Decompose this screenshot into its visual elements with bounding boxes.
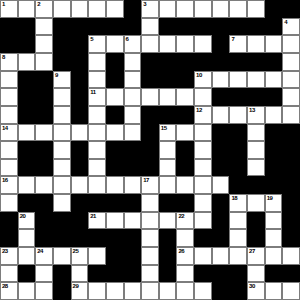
clue-number-19: 19 — [267, 195, 273, 202]
white-cell-r17c7[interactable] — [106, 282, 124, 300]
black-cell-r16c16 — [265, 265, 283, 283]
black-cell-r3c2 — [18, 35, 36, 53]
black-cell-r8c16 — [265, 124, 283, 142]
white-cell-r17c6[interactable] — [88, 282, 106, 300]
black-cell-r14c4 — [53, 229, 71, 247]
white-cell-r7c17[interactable] — [282, 106, 300, 124]
white-cell-r7c16[interactable] — [265, 106, 283, 124]
black-cell-r15c10 — [159, 247, 177, 265]
white-cell-r10c6[interactable] — [88, 159, 106, 177]
black-cell-r5c10 — [159, 71, 177, 89]
white-cell-r17c2[interactable] — [18, 282, 36, 300]
black-cell-r2c2 — [18, 18, 36, 36]
white-cell-r11c2[interactable] — [18, 176, 36, 194]
black-cell-r9c3 — [35, 141, 53, 159]
white-cell-r1c1[interactable]: 1 — [0, 0, 18, 18]
black-cell-r10c13 — [212, 159, 230, 177]
black-cell-r4c13 — [212, 53, 230, 71]
white-cell-r17c12[interactable] — [194, 282, 212, 300]
white-cell-r15c3[interactable]: 24 — [35, 247, 53, 265]
black-cell-r4c5 — [71, 53, 89, 71]
clue-number-3: 3 — [143, 1, 146, 8]
white-cell-r6c1[interactable] — [0, 88, 18, 106]
black-cell-r13c1 — [0, 212, 18, 230]
white-cell-r12c14[interactable]: 18 — [229, 194, 247, 212]
white-cell-r13c7[interactable] — [106, 212, 124, 230]
black-cell-r17c14 — [229, 282, 247, 300]
white-cell-r7c15[interactable]: 13 — [247, 106, 265, 124]
white-cell-r8c5[interactable] — [71, 124, 89, 142]
black-cell-r14c7 — [106, 229, 124, 247]
black-cell-r2c1 — [0, 18, 18, 36]
white-cell-r5c13[interactable] — [212, 71, 230, 89]
black-cell-r14c10 — [159, 229, 177, 247]
black-cell-r6c3 — [35, 88, 53, 106]
white-cell-r15c15[interactable]: 27 — [247, 247, 265, 265]
white-cell-r3c11[interactable] — [176, 35, 194, 53]
white-cell-r5c17[interactable] — [282, 71, 300, 89]
black-cell-r15c8 — [124, 247, 142, 265]
black-cell-r2c6 — [88, 18, 106, 36]
white-cell-r13c9[interactable] — [141, 212, 159, 230]
white-cell-r14c11[interactable] — [176, 229, 194, 247]
white-cell-r13c12[interactable] — [194, 212, 212, 230]
white-cell-r3c7[interactable] — [106, 35, 124, 53]
black-cell-r2c16 — [265, 18, 283, 36]
white-cell-r12c15[interactable] — [247, 194, 265, 212]
white-cell-r15c6[interactable] — [88, 247, 106, 265]
white-cell-r4c2[interactable] — [18, 53, 36, 71]
clue-number-24: 24 — [37, 248, 43, 255]
white-cell-r8c15[interactable] — [247, 124, 265, 142]
white-cell-r4c3[interactable] — [35, 53, 53, 71]
white-cell-r5c12[interactable]: 10 — [194, 71, 212, 89]
white-cell-r3c8[interactable]: 6 — [124, 35, 142, 53]
white-cell-r11c13[interactable] — [212, 176, 230, 194]
white-cell-r11c7[interactable] — [106, 176, 124, 194]
white-cell-r11c11[interactable] — [176, 176, 194, 194]
black-cell-r2c14 — [229, 18, 247, 36]
white-cell-r12c9[interactable] — [141, 194, 159, 212]
black-cell-r8c14 — [229, 124, 247, 142]
black-cell-r10c2 — [18, 159, 36, 177]
white-cell-r12c12[interactable] — [194, 194, 212, 212]
black-cell-r9c17 — [282, 141, 300, 159]
black-cell-r13c15 — [247, 212, 265, 230]
black-cell-r14c13 — [212, 229, 230, 247]
black-cell-r5c11 — [176, 71, 194, 89]
black-cell-r4c16 — [265, 53, 283, 71]
white-cell-r5c1[interactable] — [0, 71, 18, 89]
black-cell-r2c5 — [71, 18, 89, 36]
white-cell-r17c10[interactable] — [159, 282, 177, 300]
black-cell-r1c17 — [282, 0, 300, 18]
black-cell-r9c14 — [229, 141, 247, 159]
black-cell-r6c16 — [265, 88, 283, 106]
white-cell-r15c11[interactable]: 26 — [176, 247, 194, 265]
white-cell-r5c14[interactable] — [229, 71, 247, 89]
white-cell-r1c15[interactable] — [247, 0, 265, 18]
white-cell-r11c9[interactable]: 17 — [141, 176, 159, 194]
white-cell-r6c7[interactable] — [106, 88, 124, 106]
white-cell-r16c11[interactable] — [176, 265, 194, 283]
clue-number-28: 28 — [2, 283, 8, 290]
crossword-board: 1234567891011121314151617181920212223242… — [0, 0, 300, 300]
white-cell-r1c9[interactable]: 3 — [141, 0, 159, 18]
black-cell-r15c7 — [106, 247, 124, 265]
black-cell-r14c3 — [35, 229, 53, 247]
white-cell-r14c2[interactable] — [18, 229, 36, 247]
black-cell-r5c7 — [106, 71, 124, 89]
white-cell-r17c1[interactable]: 28 — [0, 282, 18, 300]
white-cell-r5c15[interactable] — [247, 71, 265, 89]
white-cell-r7c4[interactable] — [53, 106, 71, 124]
white-cell-r3c14[interactable]: 7 — [229, 35, 247, 53]
white-cell-r13c14[interactable] — [229, 212, 247, 230]
black-cell-r12c11 — [176, 194, 194, 212]
clue-number-4: 4 — [284, 19, 287, 26]
black-cell-r16c12 — [194, 265, 212, 283]
white-cell-r1c2[interactable] — [18, 0, 36, 18]
white-cell-r2c9[interactable] — [141, 18, 159, 36]
clue-number-8: 8 — [2, 54, 5, 61]
white-cell-r8c7[interactable] — [106, 124, 124, 142]
white-cell-r12c16[interactable]: 19 — [265, 194, 283, 212]
clue-number-17: 17 — [143, 177, 149, 184]
clue-number-5: 5 — [90, 36, 93, 43]
white-cell-r7c14[interactable] — [229, 106, 247, 124]
white-cell-r3c16[interactable] — [265, 35, 283, 53]
black-cell-r4c12 — [194, 53, 212, 71]
black-cell-r6c14 — [229, 88, 247, 106]
white-cell-r2c17[interactable]: 4 — [282, 18, 300, 36]
white-cell-r13c16[interactable] — [265, 212, 283, 230]
black-cell-r10c14 — [229, 159, 247, 177]
white-cell-r17c5[interactable]: 29 — [71, 282, 89, 300]
white-cell-r17c15[interactable]: 30 — [247, 282, 265, 300]
clue-number-2: 2 — [37, 1, 40, 8]
white-cell-r11c8[interactable] — [124, 176, 142, 194]
white-cell-r8c6[interactable] — [88, 124, 106, 142]
black-cell-r5c5 — [71, 71, 89, 89]
white-cell-r16c15[interactable] — [247, 265, 265, 283]
black-cell-r6c5 — [71, 88, 89, 106]
white-cell-r5c8[interactable] — [124, 71, 142, 89]
white-cell-r15c13[interactable] — [212, 247, 230, 265]
white-cell-r11c4[interactable] — [53, 176, 71, 194]
white-cell-r3c17[interactable] — [282, 35, 300, 53]
white-cell-r3c3[interactable] — [35, 35, 53, 53]
black-cell-r17c4 — [53, 282, 71, 300]
black-cell-r5c2 — [18, 71, 36, 89]
black-cell-r9c2 — [18, 141, 36, 159]
black-cell-r12c7 — [106, 194, 124, 212]
black-cell-r6c2 — [18, 88, 36, 106]
white-cell-r13c10[interactable] — [159, 212, 177, 230]
black-cell-r9c11 — [176, 141, 194, 159]
white-cell-r8c4[interactable] — [53, 124, 71, 142]
black-cell-r7c9 — [141, 106, 159, 124]
white-cell-r11c3[interactable] — [35, 176, 53, 194]
white-cell-r13c8[interactable] — [124, 212, 142, 230]
clue-number-6: 6 — [126, 36, 129, 43]
black-cell-r1c8 — [124, 0, 142, 18]
white-cell-r16c1[interactable] — [0, 265, 18, 283]
black-cell-r14c8 — [124, 229, 142, 247]
white-cell-r15c16[interactable] — [265, 247, 283, 265]
white-cell-r1c11[interactable] — [176, 0, 194, 18]
black-cell-r6c15 — [247, 88, 265, 106]
white-cell-r11c1[interactable]: 16 — [0, 176, 18, 194]
black-cell-r2c4 — [53, 18, 71, 36]
white-cell-r6c17[interactable] — [282, 88, 300, 106]
white-cell-r4c8[interactable] — [124, 53, 142, 71]
white-cell-r13c2[interactable]: 20 — [18, 212, 36, 230]
white-cell-r1c14[interactable] — [229, 0, 247, 18]
white-cell-r3c10[interactable] — [159, 35, 177, 53]
black-cell-r7c7 — [106, 106, 124, 124]
black-cell-r3c1 — [0, 35, 18, 53]
white-cell-r17c17[interactable] — [282, 282, 300, 300]
white-cell-r10c15[interactable] — [247, 159, 265, 177]
white-cell-r15c12[interactable] — [194, 247, 212, 265]
black-cell-r13c17 — [282, 212, 300, 230]
white-cell-r1c4[interactable] — [53, 0, 71, 18]
clue-number-18: 18 — [231, 195, 237, 202]
black-cell-r16c6 — [88, 265, 106, 283]
white-cell-r1c10[interactable] — [159, 0, 177, 18]
white-cell-r15c1[interactable]: 23 — [0, 247, 18, 265]
white-cell-r11c12[interactable] — [194, 176, 212, 194]
clue-number-10: 10 — [196, 72, 202, 79]
white-cell-r16c5[interactable] — [71, 265, 89, 283]
clue-number-16: 16 — [2, 177, 8, 184]
white-cell-r14c9[interactable] — [141, 229, 159, 247]
white-cell-r1c12[interactable] — [194, 0, 212, 18]
black-cell-r4c15 — [247, 53, 265, 71]
black-cell-r9c8 — [124, 141, 142, 159]
white-cell-r7c6[interactable] — [88, 106, 106, 124]
black-cell-r13c4 — [53, 212, 71, 230]
white-cell-r15c5[interactable]: 25 — [71, 247, 89, 265]
black-cell-r12c2 — [18, 194, 36, 212]
black-cell-r2c7 — [106, 18, 124, 36]
black-cell-r12c8 — [124, 194, 142, 212]
white-cell-r3c15[interactable] — [247, 35, 265, 53]
black-cell-r5c9 — [141, 71, 159, 89]
black-cell-r17c13 — [212, 282, 230, 300]
black-cell-r10c5 — [71, 159, 89, 177]
clue-number-23: 23 — [2, 248, 8, 255]
white-cell-r9c6[interactable] — [88, 141, 106, 159]
white-cell-r17c11[interactable] — [176, 282, 194, 300]
white-cell-r6c12[interactable] — [194, 88, 212, 106]
white-cell-r1c7[interactable] — [106, 0, 124, 18]
white-cell-r8c3[interactable] — [35, 124, 53, 142]
white-cell-r15c9[interactable] — [141, 247, 159, 265]
black-cell-r6c13 — [212, 88, 230, 106]
white-cell-r12c1[interactable] — [0, 194, 18, 212]
white-cell-r8c2[interactable] — [18, 124, 36, 142]
black-cell-r2c13 — [212, 18, 230, 36]
white-cell-r11c6[interactable] — [88, 176, 106, 194]
clue-number-29: 29 — [73, 283, 79, 290]
black-cell-r11c15 — [247, 176, 265, 194]
white-cell-r10c4[interactable] — [53, 159, 71, 177]
black-cell-r11c14 — [229, 176, 247, 194]
black-cell-r4c7 — [106, 53, 124, 71]
white-cell-r3c6[interactable]: 5 — [88, 35, 106, 53]
black-cell-r10c11 — [176, 159, 194, 177]
white-cell-r16c3[interactable] — [35, 265, 53, 283]
white-cell-r15c2[interactable] — [18, 247, 36, 265]
white-cell-r5c16[interactable] — [265, 71, 283, 89]
white-cell-r17c8[interactable] — [124, 282, 142, 300]
white-cell-r9c1[interactable] — [0, 141, 18, 159]
white-cell-r9c10[interactable] — [159, 141, 177, 159]
black-cell-r10c8 — [124, 159, 142, 177]
black-cell-r7c5 — [71, 106, 89, 124]
black-cell-r2c11 — [176, 18, 194, 36]
black-cell-r12c10 — [159, 194, 177, 212]
black-cell-r16c7 — [106, 265, 124, 283]
black-cell-r7c3 — [35, 106, 53, 124]
black-cell-r14c6 — [88, 229, 106, 247]
clue-number-30: 30 — [249, 283, 255, 290]
black-cell-r4c11 — [176, 53, 194, 71]
white-cell-r9c15[interactable] — [247, 141, 265, 159]
black-cell-r16c14 — [229, 265, 247, 283]
clue-number-12: 12 — [196, 107, 202, 114]
clue-number-1: 1 — [2, 1, 5, 8]
white-cell-r1c13[interactable] — [212, 0, 230, 18]
white-cell-r11c10[interactable] — [159, 176, 177, 194]
white-cell-r15c14[interactable] — [229, 247, 247, 265]
white-cell-r14c14[interactable] — [229, 229, 247, 247]
black-cell-r10c9 — [141, 159, 159, 177]
white-cell-r8c10[interactable]: 15 — [159, 124, 177, 142]
white-cell-r9c12[interactable] — [194, 141, 212, 159]
white-cell-r9c4[interactable] — [53, 141, 71, 159]
white-cell-r14c16[interactable] — [265, 229, 283, 247]
black-cell-r12c13 — [212, 194, 230, 212]
black-cell-r4c14 — [229, 53, 247, 71]
white-cell-r13c6[interactable]: 21 — [88, 212, 106, 230]
white-cell-r6c4[interactable] — [53, 88, 71, 106]
black-cell-r2c8 — [124, 18, 142, 36]
black-cell-r4c4 — [53, 53, 71, 71]
white-cell-r11c5[interactable] — [71, 176, 89, 194]
white-cell-r17c3[interactable] — [35, 282, 53, 300]
white-cell-r12c4[interactable] — [53, 194, 71, 212]
white-cell-r7c1[interactable] — [0, 106, 18, 124]
black-cell-r9c16 — [265, 141, 283, 159]
black-cell-r12c6 — [88, 194, 106, 212]
white-cell-r4c6[interactable] — [88, 53, 106, 71]
white-cell-r4c1[interactable]: 8 — [0, 53, 18, 71]
black-cell-r14c15 — [247, 229, 265, 247]
white-cell-r8c12[interactable] — [194, 124, 212, 142]
white-cell-r3c9[interactable] — [141, 35, 159, 53]
black-cell-r13c5 — [71, 212, 89, 230]
black-cell-r7c11 — [176, 106, 194, 124]
black-cell-r10c17 — [282, 159, 300, 177]
white-cell-r17c16[interactable] — [265, 282, 283, 300]
clue-number-22: 22 — [178, 213, 184, 220]
black-cell-r3c4 — [53, 35, 71, 53]
white-cell-r15c17[interactable] — [282, 247, 300, 265]
white-cell-r2c3[interactable] — [35, 18, 53, 36]
white-cell-r8c8[interactable] — [124, 124, 142, 142]
black-cell-r14c5 — [71, 229, 89, 247]
black-cell-r14c12 — [194, 229, 212, 247]
clue-number-26: 26 — [178, 248, 184, 255]
clue-number-14: 14 — [2, 125, 8, 132]
white-cell-r16c9[interactable] — [141, 265, 159, 283]
white-cell-r10c1[interactable] — [0, 159, 18, 177]
black-cell-r2c10 — [159, 18, 177, 36]
clue-number-27: 27 — [249, 248, 255, 255]
white-cell-r6c11[interactable] — [176, 88, 194, 106]
black-cell-r11c16 — [265, 176, 283, 194]
clue-number-7: 7 — [231, 36, 234, 43]
black-cell-r9c7 — [106, 141, 124, 159]
black-cell-r13c13 — [212, 212, 230, 230]
white-cell-r1c6[interactable] — [88, 0, 106, 18]
black-cell-r9c13 — [212, 141, 230, 159]
white-cell-r6c9[interactable] — [141, 88, 159, 106]
black-cell-r13c3 — [35, 212, 53, 230]
black-cell-r9c5 — [71, 141, 89, 159]
black-cell-r8c9 — [141, 124, 159, 142]
white-cell-r15c4[interactable] — [53, 247, 71, 265]
white-cell-r8c1[interactable]: 14 — [0, 124, 18, 142]
white-cell-r6c10[interactable] — [159, 88, 177, 106]
black-cell-r16c2 — [18, 265, 36, 283]
white-cell-r8c11[interactable] — [176, 124, 194, 142]
black-cell-r16c13 — [212, 265, 230, 283]
black-cell-r7c10 — [159, 106, 177, 124]
black-cell-r10c3 — [35, 159, 53, 177]
black-cell-r5c3 — [35, 71, 53, 89]
white-cell-r5c6[interactable] — [88, 71, 106, 89]
black-cell-r14c1 — [0, 229, 18, 247]
white-cell-r7c8[interactable] — [124, 106, 142, 124]
white-cell-r6c8[interactable] — [124, 88, 142, 106]
white-cell-r17c9[interactable] — [141, 282, 159, 300]
white-cell-r7c12[interactable]: 12 — [194, 106, 212, 124]
white-cell-r3c12[interactable] — [194, 35, 212, 53]
clue-number-20: 20 — [20, 213, 26, 220]
clue-number-25: 25 — [73, 248, 79, 255]
white-cell-r1c3[interactable]: 2 — [35, 0, 53, 18]
clue-number-11: 11 — [90, 89, 95, 96]
white-cell-r7c13[interactable] — [212, 106, 230, 124]
white-cell-r6c6[interactable]: 11 — [88, 88, 106, 106]
white-cell-r4c17[interactable] — [282, 53, 300, 71]
white-cell-r10c10[interactable] — [159, 159, 177, 177]
black-cell-r16c17 — [282, 265, 300, 283]
white-cell-r10c12[interactable] — [194, 159, 212, 177]
black-cell-r10c7 — [106, 159, 124, 177]
black-cell-r11c17 — [282, 176, 300, 194]
clue-number-9: 9 — [55, 72, 58, 79]
white-cell-r5c4[interactable]: 9 — [53, 71, 71, 89]
white-cell-r13c11[interactable]: 22 — [176, 212, 194, 230]
black-cell-r12c17 — [282, 194, 300, 212]
white-cell-r1c5[interactable] — [71, 0, 89, 18]
black-cell-r2c15 — [247, 18, 265, 36]
